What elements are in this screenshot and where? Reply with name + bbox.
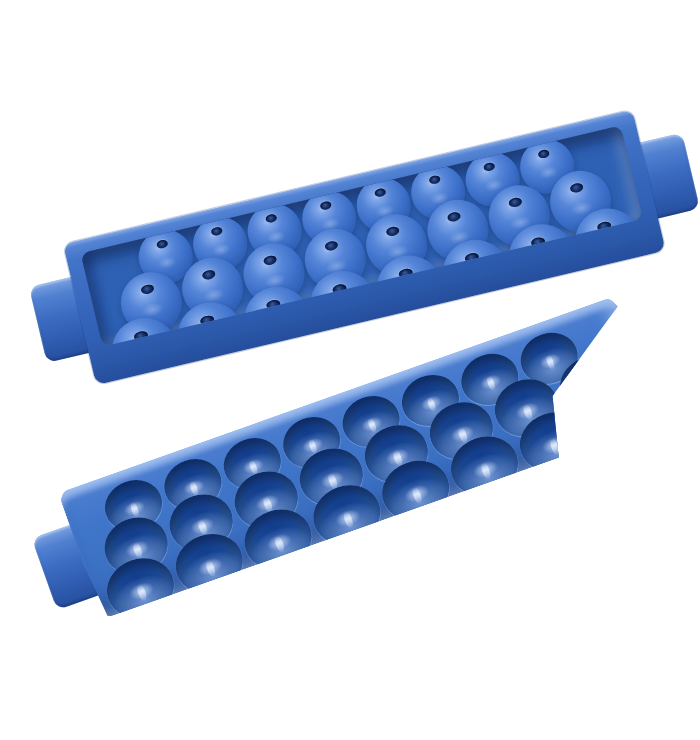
dome-glare-highlight [202,286,226,304]
fill-hole [447,210,462,222]
fill-hole [265,213,278,224]
product-photo-stage [0,0,700,740]
cavity-reflection-highlight [130,502,141,517]
fill-hole [483,162,496,173]
dome-glare-highlight [265,317,291,337]
cavity-reflection-highlight [411,486,423,504]
fill-hole [263,254,278,266]
cavity-reflection-highlight [136,583,148,601]
fill-hole [397,267,413,280]
fill-hole [156,239,169,250]
dome-glare-highlight [210,242,232,258]
fill-hole [140,283,155,295]
fill-hole [199,314,215,327]
dome-glare-highlight [140,300,164,318]
cavity-reflection-highlight [273,535,285,553]
fill-hole [210,226,223,237]
fill-hole [530,236,546,249]
dome-glare-highlight [397,286,423,306]
fill-hole [596,220,612,233]
cavity-reflection-highlight [549,437,561,455]
cavity [580,379,663,456]
dome-glare-highlight [156,255,178,271]
dome-glare-highlight [464,270,490,290]
cavity-reflection-highlight [426,396,437,411]
cavity-reflection-highlight [486,375,497,390]
fill-hole [569,181,584,193]
cavity-reflection-highlight [480,462,492,480]
fill-hole [324,239,339,251]
fill-hole [374,188,387,199]
fill-hole [265,298,281,311]
cavity-reflection-highlight [617,413,629,431]
cavity-reflection-highlight [367,418,378,433]
fill-hole [201,268,216,280]
dome-glare-highlight [530,255,556,275]
fill-hole [508,196,523,208]
cavity-reflection-highlight [132,542,144,559]
fill-hole [537,149,550,160]
dome-glare-highlight [199,333,225,347]
dome-grid [81,126,643,347]
fill-hole [133,330,149,343]
fill-hole [463,251,479,264]
fill-hole [331,283,347,296]
dome-glare-highlight [537,164,559,180]
tray-top-well [81,126,643,347]
fill-hole [385,225,400,237]
dome-glare-highlight [331,302,357,322]
fill-hole [428,175,441,186]
cavity-reflection-highlight [205,559,217,577]
cavity-reflection-highlight [342,510,354,528]
cavity-reflection-highlight [522,403,534,420]
fill-hole [319,201,332,212]
cavity-reflection-highlight [587,380,599,397]
dome-glare-highlight [596,239,622,259]
cavity-reflection-highlight [545,354,556,369]
